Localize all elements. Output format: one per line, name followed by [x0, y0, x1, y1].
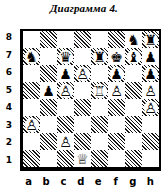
square-f4 — [108, 99, 125, 116]
square-a8 — [23, 31, 40, 48]
piece-black-pawn: ♟ — [41, 83, 57, 99]
square-b3 — [40, 116, 57, 133]
square-d5 — [74, 82, 91, 99]
piece-black-pawn: ♟ — [58, 66, 74, 82]
square-g3 — [125, 116, 142, 133]
square-a1 — [23, 150, 40, 167]
file-label-f: f — [107, 176, 124, 189]
piece-black-king: ♚ — [109, 49, 125, 65]
piece-white-pawn: ♙ — [24, 117, 40, 133]
square-g4 — [125, 99, 142, 116]
piece-white-pawn: ♙ — [58, 83, 74, 99]
square-e2 — [91, 133, 108, 150]
square-b6 — [40, 65, 57, 82]
square-f8 — [108, 31, 125, 48]
file-labels: abcdefgh — [20, 176, 159, 189]
piece-black-knight: ♞ — [126, 32, 142, 48]
square-h1 — [142, 150, 159, 167]
piece-black-queen: ♛ — [58, 49, 74, 65]
square-h6: ♟ — [142, 65, 159, 82]
square-c1 — [57, 150, 74, 167]
file-label-c: c — [55, 176, 72, 189]
file-label-b: b — [37, 176, 54, 189]
square-f5: ♙ — [108, 82, 125, 99]
book-page: Диаграмма 4. 87654321 ♞♜♞♛♜♚♝♟♟♙♟♟♟♙♖♙♙♙… — [0, 0, 168, 193]
square-d2 — [74, 133, 91, 150]
square-h4: ♙ — [142, 99, 159, 116]
square-e1 — [91, 150, 108, 167]
square-f1 — [108, 150, 125, 167]
rank-label-4: 4 — [2, 99, 16, 117]
rank-label-2: 2 — [2, 134, 16, 152]
piece-white-rook: ♖ — [92, 83, 108, 99]
square-g6 — [125, 65, 142, 82]
square-g7: ♝ — [125, 48, 142, 65]
square-b4 — [40, 99, 57, 116]
square-a6 — [23, 65, 40, 82]
square-d8 — [74, 31, 91, 48]
square-b1 — [40, 150, 57, 167]
piece-white-pawn: ♙ — [75, 66, 91, 82]
square-a2 — [23, 133, 40, 150]
square-b7 — [40, 48, 57, 65]
square-e3 — [91, 116, 108, 133]
square-c6: ♟ — [57, 65, 74, 82]
piece-black-bishop: ♝ — [126, 49, 142, 65]
square-e7: ♜ — [91, 48, 108, 65]
diagram-title: Диаграмма 4. — [0, 2, 168, 14]
square-g5 — [125, 82, 142, 99]
square-a7: ♞ — [23, 48, 40, 65]
file-label-a: a — [20, 176, 37, 189]
piece-white-pawn: ♙ — [109, 83, 125, 99]
square-f3 — [108, 116, 125, 133]
piece-black-pawn: ♟ — [109, 66, 125, 82]
square-e6 — [91, 65, 108, 82]
chess-board: ♞♜♞♛♜♚♝♟♟♙♟♟♟♙♖♙♙♙♙♙♕ — [20, 29, 161, 171]
square-h5: ♙ — [142, 82, 159, 99]
square-h7: ♟ — [142, 48, 159, 65]
piece-white-queen: ♕ — [75, 151, 91, 167]
square-e4 — [91, 99, 108, 116]
rank-label-3: 3 — [2, 117, 16, 135]
square-h2 — [142, 133, 159, 150]
square-g1 — [125, 150, 142, 167]
square-b2 — [40, 133, 57, 150]
rank-label-5: 5 — [2, 82, 16, 100]
square-f7: ♚ — [108, 48, 125, 65]
piece-white-pawn: ♙ — [143, 100, 159, 116]
file-label-e: e — [90, 176, 107, 189]
square-g2 — [125, 133, 142, 150]
rank-label-6: 6 — [2, 64, 16, 82]
square-c5: ♙ — [57, 82, 74, 99]
square-c2: ♙ — [57, 133, 74, 150]
square-c4 — [57, 99, 74, 116]
piece-white-pawn: ♙ — [143, 83, 159, 99]
square-g8: ♞ — [125, 31, 142, 48]
square-c7: ♛ — [57, 48, 74, 65]
square-d4 — [74, 99, 91, 116]
file-label-g: g — [124, 176, 141, 189]
rank-label-7: 7 — [2, 47, 16, 65]
square-d1: ♕ — [74, 150, 91, 167]
square-b8 — [40, 31, 57, 48]
piece-white-pawn: ♙ — [58, 134, 74, 150]
square-d3 — [74, 116, 91, 133]
piece-black-pawn: ♟ — [143, 49, 159, 65]
square-d7 — [74, 48, 91, 65]
file-label-h: h — [142, 176, 159, 189]
square-c8 — [57, 31, 74, 48]
square-a3: ♙ — [23, 116, 40, 133]
square-a4 — [23, 99, 40, 116]
square-e8 — [91, 31, 108, 48]
square-b5: ♟ — [40, 82, 57, 99]
square-h3 — [142, 116, 159, 133]
square-d6: ♙ — [74, 65, 91, 82]
file-label-d: d — [72, 176, 89, 189]
piece-black-knight: ♞ — [24, 49, 40, 65]
piece-black-rook: ♜ — [143, 32, 159, 48]
square-a5 — [23, 82, 40, 99]
rank-label-8: 8 — [2, 29, 16, 47]
square-h8: ♜ — [142, 31, 159, 48]
square-c3 — [57, 116, 74, 133]
rank-labels: 87654321 — [2, 29, 16, 169]
square-f6: ♟ — [108, 65, 125, 82]
piece-black-rook: ♜ — [92, 49, 108, 65]
piece-black-pawn: ♟ — [143, 66, 159, 82]
square-e5: ♖ — [91, 82, 108, 99]
square-f2 — [108, 133, 125, 150]
rank-label-1: 1 — [2, 152, 16, 170]
